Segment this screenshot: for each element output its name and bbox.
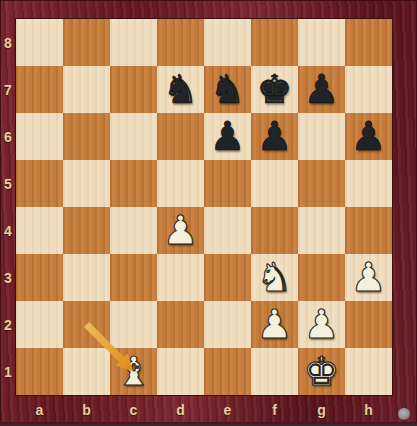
square-c2[interactable] bbox=[110, 301, 157, 348]
corner-dot bbox=[398, 408, 410, 420]
square-b2[interactable] bbox=[63, 301, 110, 348]
square-d4[interactable]: ♟ bbox=[157, 207, 204, 254]
piece-black-pawn-g7[interactable]: ♟ bbox=[298, 66, 345, 113]
square-g8[interactable] bbox=[298, 19, 345, 66]
file-label-a: a bbox=[16, 397, 63, 422]
square-b7[interactable] bbox=[63, 66, 110, 113]
square-e1[interactable] bbox=[204, 348, 251, 395]
piece-white-king-g1[interactable]: ♚ bbox=[298, 348, 345, 395]
file-label-b: b bbox=[63, 397, 110, 422]
file-label-e: e bbox=[204, 397, 251, 422]
square-g4[interactable] bbox=[298, 207, 345, 254]
square-d1[interactable] bbox=[157, 348, 204, 395]
rank-label-7: 7 bbox=[0, 66, 16, 113]
square-d8[interactable] bbox=[157, 19, 204, 66]
square-a7[interactable] bbox=[16, 66, 63, 113]
square-g2[interactable]: ♟ bbox=[298, 301, 345, 348]
square-d3[interactable] bbox=[157, 254, 204, 301]
square-f1[interactable] bbox=[251, 348, 298, 395]
piece-black-pawn-f6[interactable]: ♟ bbox=[251, 113, 298, 160]
file-label-f: f bbox=[251, 397, 298, 422]
square-e6[interactable]: ♟ bbox=[204, 113, 251, 160]
piece-black-knight-d7[interactable]: ♞ bbox=[157, 66, 204, 113]
square-h3[interactable]: ♟ bbox=[345, 254, 392, 301]
chess-board-window: ♞♞♚♟♟♟♟♟♞♟♟♟♝♚ 87654321 abcdefgh bbox=[0, 0, 417, 426]
piece-white-pawn-f2[interactable]: ♟ bbox=[251, 301, 298, 348]
square-a5[interactable] bbox=[16, 160, 63, 207]
square-b4[interactable] bbox=[63, 207, 110, 254]
file-label-g: g bbox=[298, 397, 345, 422]
rank-label-2: 2 bbox=[0, 301, 16, 348]
square-a6[interactable] bbox=[16, 113, 63, 160]
square-h5[interactable] bbox=[345, 160, 392, 207]
square-c1[interactable]: ♝ bbox=[110, 348, 157, 395]
square-f2[interactable]: ♟ bbox=[251, 301, 298, 348]
square-h2[interactable] bbox=[345, 301, 392, 348]
square-h8[interactable] bbox=[345, 19, 392, 66]
square-f8[interactable] bbox=[251, 19, 298, 66]
square-h7[interactable] bbox=[345, 66, 392, 113]
square-e8[interactable] bbox=[204, 19, 251, 66]
square-g5[interactable] bbox=[298, 160, 345, 207]
square-c4[interactable] bbox=[110, 207, 157, 254]
square-h4[interactable] bbox=[345, 207, 392, 254]
piece-black-pawn-h6[interactable]: ♟ bbox=[345, 113, 392, 160]
square-c7[interactable] bbox=[110, 66, 157, 113]
rank-label-3: 3 bbox=[0, 254, 16, 301]
piece-white-bishop-c1[interactable]: ♝ bbox=[110, 348, 157, 395]
square-b8[interactable] bbox=[63, 19, 110, 66]
square-d7[interactable]: ♞ bbox=[157, 66, 204, 113]
square-e7[interactable]: ♞ bbox=[204, 66, 251, 113]
square-e3[interactable] bbox=[204, 254, 251, 301]
square-e5[interactable] bbox=[204, 160, 251, 207]
window-bottom-edge bbox=[0, 422, 417, 426]
square-f5[interactable] bbox=[251, 160, 298, 207]
square-f6[interactable]: ♟ bbox=[251, 113, 298, 160]
piece-black-king-f7[interactable]: ♚ bbox=[251, 66, 298, 113]
square-h1[interactable] bbox=[345, 348, 392, 395]
square-d5[interactable] bbox=[157, 160, 204, 207]
piece-white-pawn-g2[interactable]: ♟ bbox=[298, 301, 345, 348]
square-d6[interactable] bbox=[157, 113, 204, 160]
rank-label-5: 5 bbox=[0, 160, 16, 207]
square-c5[interactable] bbox=[110, 160, 157, 207]
file-label-c: c bbox=[110, 397, 157, 422]
piece-white-pawn-d4[interactable]: ♟ bbox=[157, 207, 204, 254]
file-label-d: d bbox=[157, 397, 204, 422]
rank-label-8: 8 bbox=[0, 19, 16, 66]
square-b3[interactable] bbox=[63, 254, 110, 301]
square-f4[interactable] bbox=[251, 207, 298, 254]
square-e2[interactable] bbox=[204, 301, 251, 348]
piece-white-pawn-h3[interactable]: ♟ bbox=[345, 254, 392, 301]
file-labels: abcdefgh bbox=[16, 397, 392, 422]
square-b6[interactable] bbox=[63, 113, 110, 160]
square-a2[interactable] bbox=[16, 301, 63, 348]
square-b1[interactable] bbox=[63, 348, 110, 395]
file-label-h: h bbox=[345, 397, 392, 422]
square-a8[interactable] bbox=[16, 19, 63, 66]
square-g6[interactable] bbox=[298, 113, 345, 160]
rank-label-4: 4 bbox=[0, 207, 16, 254]
square-h6[interactable]: ♟ bbox=[345, 113, 392, 160]
rank-labels: 87654321 bbox=[0, 19, 16, 395]
square-e4[interactable] bbox=[204, 207, 251, 254]
square-a1[interactable] bbox=[16, 348, 63, 395]
square-c8[interactable] bbox=[110, 19, 157, 66]
chess-board: ♞♞♚♟♟♟♟♟♞♟♟♟♝♚ bbox=[16, 19, 392, 395]
rank-label-1: 1 bbox=[0, 348, 16, 395]
square-d2[interactable] bbox=[157, 301, 204, 348]
square-g7[interactable]: ♟ bbox=[298, 66, 345, 113]
piece-black-pawn-e6[interactable]: ♟ bbox=[204, 113, 251, 160]
rank-label-6: 6 bbox=[0, 113, 16, 160]
square-f3[interactable]: ♞ bbox=[251, 254, 298, 301]
piece-black-knight-e7[interactable]: ♞ bbox=[204, 66, 251, 113]
square-a4[interactable] bbox=[16, 207, 63, 254]
square-g1[interactable]: ♚ bbox=[298, 348, 345, 395]
square-c3[interactable] bbox=[110, 254, 157, 301]
square-g3[interactable] bbox=[298, 254, 345, 301]
piece-white-knight-f3[interactable]: ♞ bbox=[251, 254, 298, 301]
square-c6[interactable] bbox=[110, 113, 157, 160]
square-b5[interactable] bbox=[63, 160, 110, 207]
square-f7[interactable]: ♚ bbox=[251, 66, 298, 113]
square-a3[interactable] bbox=[16, 254, 63, 301]
